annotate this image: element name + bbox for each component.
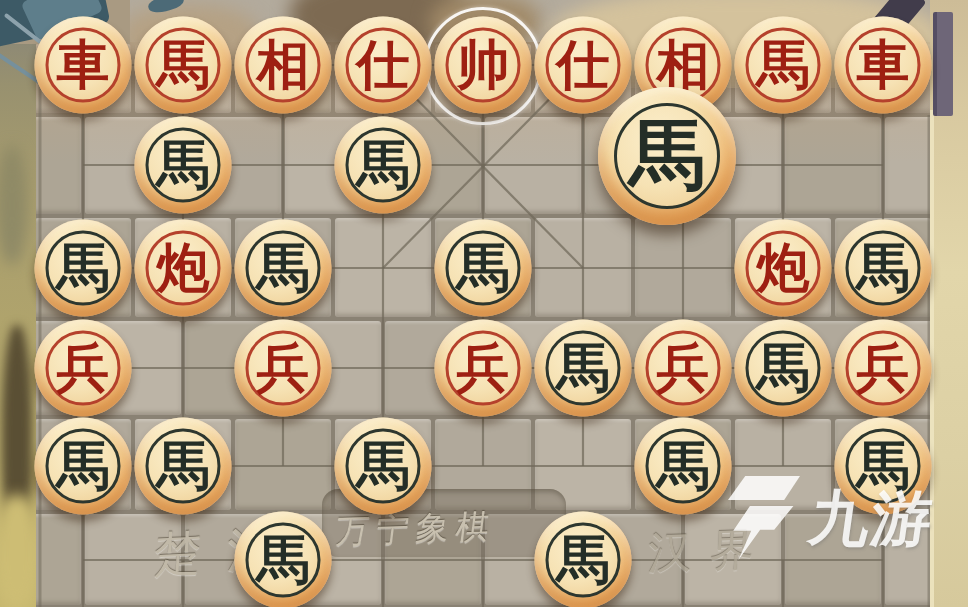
piece-horse-black[interactable]: 馬	[235, 512, 332, 607]
piece-chariot-red[interactable]: 車	[35, 17, 132, 114]
jiuyou-watermark: 九游	[726, 474, 934, 562]
piece-glyph: 兵	[57, 341, 110, 394]
piece-soldier-red[interactable]: 兵	[235, 320, 332, 417]
piece-glyph: 車	[57, 38, 110, 91]
piece-horse-black[interactable]: 馬	[835, 220, 932, 317]
piece-glyph: 馬	[629, 117, 705, 193]
piece-glyph: 馬	[557, 341, 610, 394]
grass-patch	[0, 495, 36, 607]
piece-horse-black[interactable]: 馬	[635, 418, 732, 515]
piece-horse-black[interactable]: 馬	[598, 87, 736, 225]
piece-glyph: 馬	[857, 241, 910, 294]
piece-horse-red[interactable]: 馬	[135, 17, 232, 114]
piece-elephant-red[interactable]: 相	[235, 17, 332, 114]
piece-glyph: 兵	[257, 341, 310, 394]
piece-glyph: 相	[257, 38, 310, 91]
piece-glyph: 馬	[357, 439, 410, 492]
piece-glyph: 馬	[357, 138, 410, 191]
piece-glyph: 車	[857, 38, 910, 91]
piece-glyph: 兵	[457, 341, 510, 394]
piece-glyph: 馬	[257, 533, 310, 586]
piece-glyph: 馬	[157, 138, 210, 191]
piece-chariot-red[interactable]: 車	[835, 17, 932, 114]
piece-soldier-red[interactable]: 兵	[435, 320, 532, 417]
piece-glyph: 馬	[157, 38, 210, 91]
piece-horse-black[interactable]: 馬	[35, 418, 132, 515]
piece-horse-black[interactable]: 馬	[135, 117, 232, 214]
background-left-bank	[0, 0, 36, 607]
piece-glyph: 兵	[857, 341, 910, 394]
piece-cannon-red[interactable]: 炮	[735, 220, 832, 317]
wooden-post	[933, 12, 953, 116]
piece-glyph: 馬	[57, 241, 110, 294]
piece-general-red[interactable]: 帅	[435, 17, 532, 114]
jiuyou-logo-icon	[726, 474, 802, 562]
piece-horse-black[interactable]: 馬	[235, 220, 332, 317]
moss-patch	[0, 145, 28, 265]
piece-horse-black[interactable]: 馬	[335, 418, 432, 515]
piece-glyph: 馬	[657, 439, 710, 492]
piece-glyph: 仕	[557, 38, 610, 91]
piece-glyph: 帅	[457, 38, 510, 91]
piece-cannon-red[interactable]: 炮	[135, 220, 232, 317]
piece-glyph: 炮	[157, 241, 210, 294]
piece-horse-black[interactable]: 馬	[335, 117, 432, 214]
piece-advisor-red[interactable]: 仕	[335, 17, 432, 114]
piece-glyph: 馬	[57, 439, 110, 492]
piece-soldier-red[interactable]: 兵	[35, 320, 132, 417]
piece-soldier-red[interactable]: 兵	[635, 320, 732, 417]
piece-advisor-red[interactable]: 仕	[535, 17, 632, 114]
jiuyou-logo-text: 九游	[806, 488, 938, 548]
piece-glyph: 仕	[357, 38, 410, 91]
piece-soldier-red[interactable]: 兵	[835, 320, 932, 417]
piece-glyph: 馬	[757, 341, 810, 394]
piece-glyph: 馬	[557, 533, 610, 586]
piece-horse-black[interactable]: 馬	[135, 418, 232, 515]
piece-glyph: 馬	[157, 439, 210, 492]
piece-glyph: 炮	[757, 241, 810, 294]
piece-horse-black[interactable]: 馬	[735, 320, 832, 417]
board-watermark: 万宁象棋	[333, 504, 498, 555]
piece-horse-black[interactable]: 馬	[535, 320, 632, 417]
piece-horse-black[interactable]: 馬	[35, 220, 132, 317]
piece-horse-black[interactable]: 馬	[535, 512, 632, 607]
piece-horse-red[interactable]: 馬	[735, 17, 832, 114]
piece-glyph: 馬	[257, 241, 310, 294]
piece-glyph: 兵	[657, 341, 710, 394]
piece-glyph: 相	[657, 38, 710, 91]
piece-horse-black[interactable]: 馬	[435, 220, 532, 317]
piece-glyph: 馬	[757, 38, 810, 91]
piece-glyph: 馬	[457, 241, 510, 294]
